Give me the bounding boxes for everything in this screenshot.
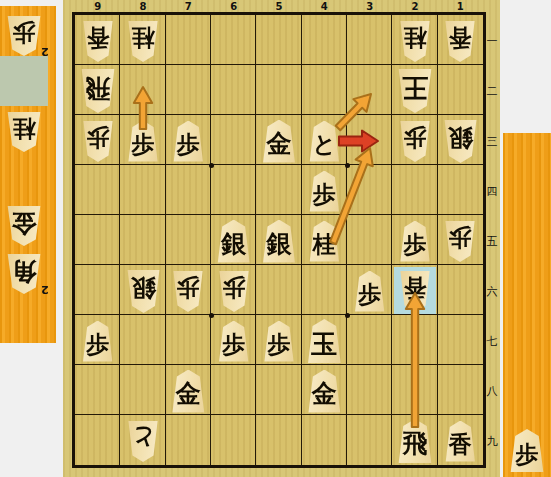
square-4-六[interactable] [302,265,347,315]
square-6-九[interactable] [211,415,256,465]
square-1-二[interactable] [438,65,483,115]
square-3-九[interactable] [347,415,392,465]
square-5-一[interactable] [256,15,301,65]
square-9-六[interactable] [75,265,120,315]
square-7-一[interactable] [166,15,211,65]
square-5-四[interactable] [256,165,301,215]
square-4-九[interactable] [302,415,347,465]
square-7-五[interactable] [166,215,211,265]
square-2-四[interactable] [392,165,437,215]
square-5-九[interactable] [256,415,301,465]
square-4-二[interactable] [302,65,347,115]
square-8-五[interactable] [120,215,165,265]
gote-hand-桂[interactable]: 桂 [4,112,48,154]
square-6-四[interactable] [211,165,256,215]
hand-selected-slot[interactable] [0,56,48,106]
square-8-二[interactable] [120,65,165,115]
gote-hand-歩[interactable]: 歩2 [4,16,48,58]
gote-hand-金[interactable]: 金 [4,206,48,248]
square-6-一[interactable] [211,15,256,65]
sente-hand-歩[interactable]: 歩 [506,428,550,473]
sente-captured-stand [503,133,551,477]
square-5-八[interactable] [256,365,301,415]
gote-hand-角[interactable]: 角2 [4,254,48,296]
square-7-七[interactable] [166,315,211,365]
square-3-八[interactable] [347,365,392,415]
square-8-七[interactable] [120,315,165,365]
square-5-二[interactable] [256,65,301,115]
square-1-八[interactable] [438,365,483,415]
square-8-八[interactable] [120,365,165,415]
shogi-app: 987654321一二三四五六七八九 香桂桂香飛王歩歩歩金と歩銀歩銀銀桂歩歩銀歩… [0,0,551,477]
square-6-三[interactable] [211,115,256,165]
square-9-五[interactable] [75,215,120,265]
square-2-八[interactable] [392,365,437,415]
square-9-九[interactable] [75,415,120,465]
square-2-七[interactable] [392,315,437,365]
square-5-六[interactable] [256,265,301,315]
square-9-八[interactable] [75,365,120,415]
square-9-四[interactable] [75,165,120,215]
square-3-七[interactable] [347,315,392,365]
square-3-二[interactable] [347,65,392,115]
square-1-六[interactable] [438,265,483,315]
square-1-四[interactable] [438,165,483,215]
square-8-四[interactable] [120,165,165,215]
hand-count: 2 [41,283,49,296]
square-3-五[interactable] [347,215,392,265]
square-6-八[interactable] [211,365,256,415]
square-7-四[interactable] [166,165,211,215]
square-7-九[interactable] [166,415,211,465]
square-4-一[interactable] [302,15,347,65]
square-1-七[interactable] [438,315,483,365]
square-3-四[interactable] [347,165,392,215]
square-7-二[interactable] [166,65,211,115]
square-3-一[interactable] [347,15,392,65]
square-6-二[interactable] [211,65,256,115]
square-3-三[interactable] [347,115,392,165]
